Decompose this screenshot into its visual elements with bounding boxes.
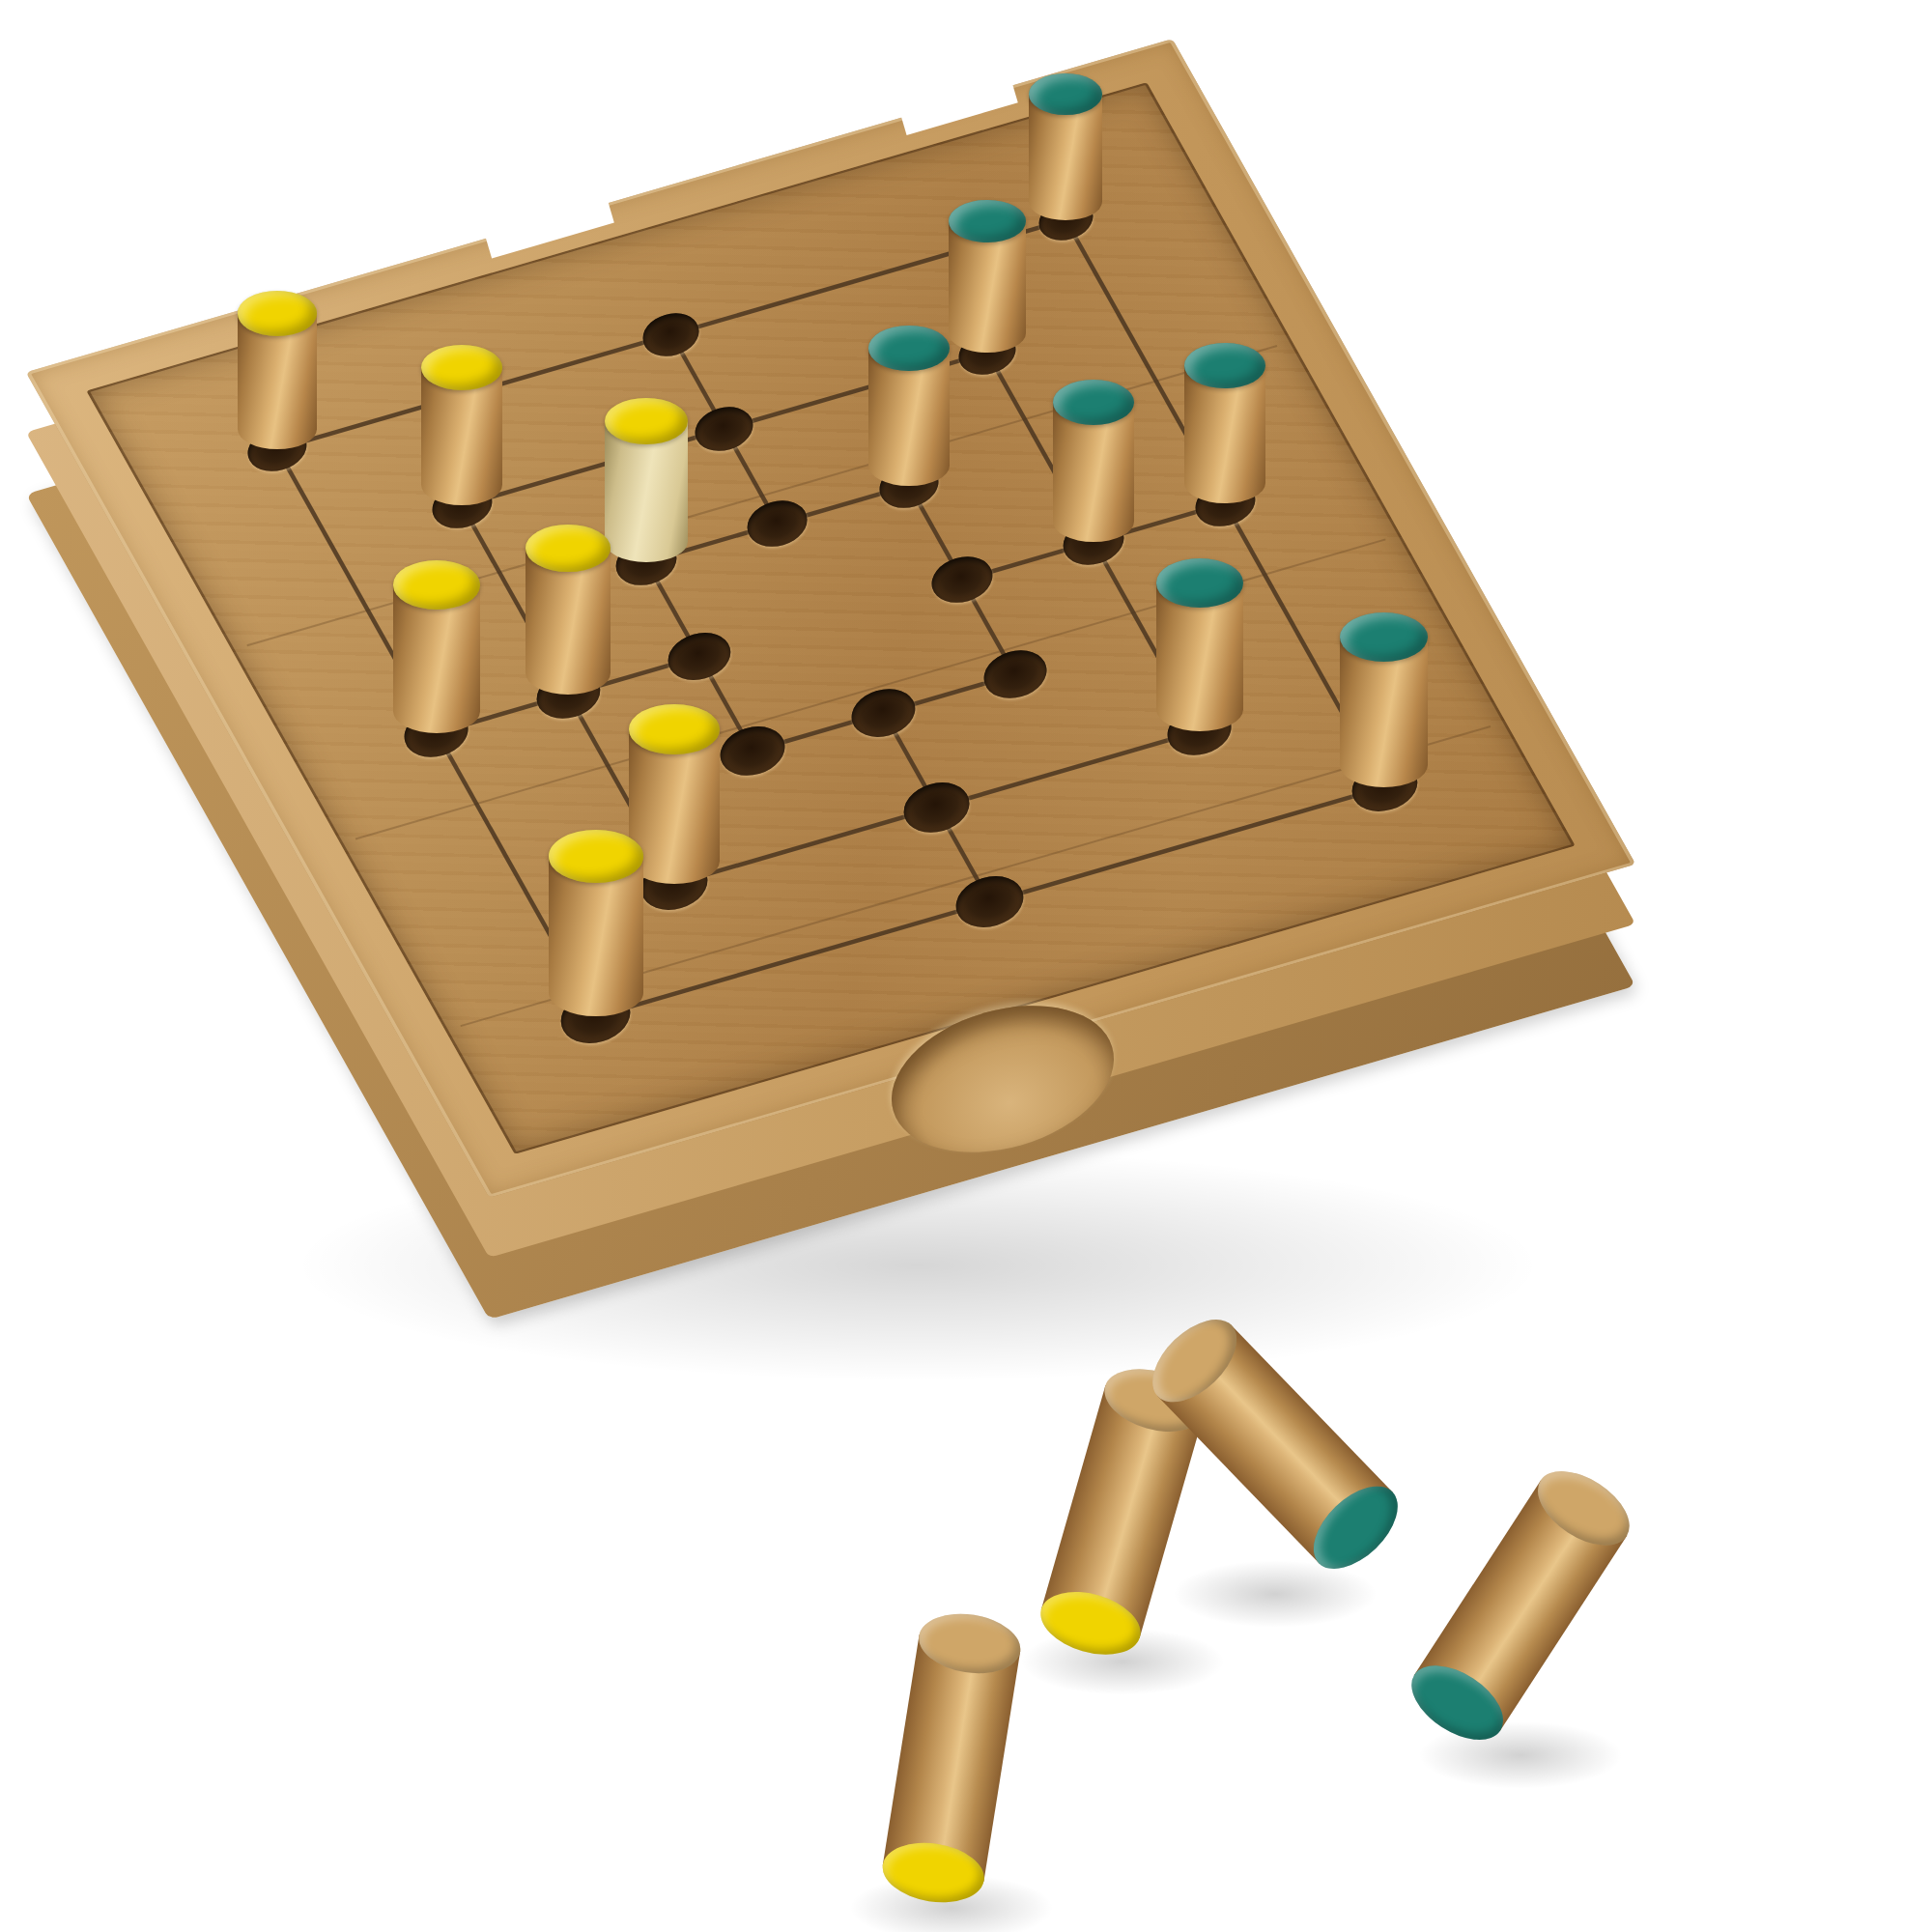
peg-cap-yellow <box>238 291 317 335</box>
peg-cap-green <box>1053 380 1135 426</box>
peg-cap-yellow <box>629 704 720 755</box>
loose-yellow-1[interactable] <box>878 1607 1025 1910</box>
peg-green-g7[interactable] <box>1029 73 1102 241</box>
peg-yellow-a1[interactable] <box>549 830 642 1043</box>
peg-yellow-a7[interactable] <box>238 291 317 471</box>
product-photo-scene <box>0 0 1932 1932</box>
peg-yellow-c5[interactable] <box>605 398 687 584</box>
loose-green-2[interactable] <box>1399 1456 1642 1754</box>
peg-yellow-a4[interactable] <box>393 560 480 757</box>
peg-cap-green <box>1340 612 1428 662</box>
peg-cap-green <box>868 326 949 371</box>
peg-green-e5[interactable] <box>868 326 949 508</box>
peg-cap-yellow <box>605 398 687 444</box>
peg-yellow-b4[interactable] <box>526 525 611 719</box>
peg-yellow-b6[interactable] <box>421 345 502 528</box>
peg-cap-yellow <box>421 345 502 390</box>
peg-cap-green <box>1029 73 1102 115</box>
peg-green-g1[interactable] <box>1340 612 1428 812</box>
peg-green-f6[interactable] <box>949 200 1026 375</box>
peg-green-g4[interactable] <box>1184 343 1265 526</box>
peg-cap-green <box>1184 343 1265 388</box>
peg-cap-yellow <box>549 830 642 883</box>
peg-cap-green <box>1156 558 1243 607</box>
peg-cap-yellow <box>393 560 480 609</box>
peg-cap-green <box>949 200 1026 243</box>
peg-green-f4[interactable] <box>1053 380 1135 565</box>
peg-green-f2[interactable] <box>1156 558 1243 755</box>
